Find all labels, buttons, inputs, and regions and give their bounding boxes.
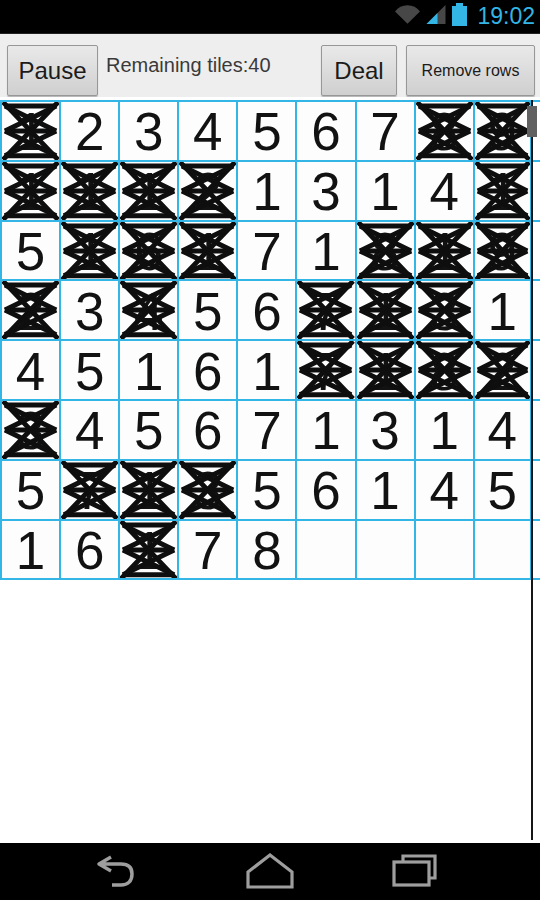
tile-digit: 1 [370, 464, 399, 517]
tile-r2c8[interactable]: 4 [414, 162, 473, 220]
tile-digit: 1 [370, 345, 399, 398]
tile-r2c6[interactable]: 3 [295, 162, 354, 220]
tile-r3c6[interactable]: 1 [295, 222, 354, 280]
tile-digit: 3 [370, 404, 399, 457]
board-row: 111213141 [0, 160, 540, 220]
remove-rows-button-label: Remove rows [422, 62, 520, 80]
tile-r3c8: 1 [414, 222, 473, 280]
tile-digit: 1 [429, 404, 458, 457]
tile-r6c9[interactable]: 4 [473, 401, 532, 459]
tile-digit: 6 [75, 524, 104, 577]
tile-digit: 7 [370, 105, 399, 158]
clock: 19:02 [477, 0, 535, 33]
tile-digit: 5 [75, 345, 104, 398]
tile-r1c1: 1 [0, 102, 59, 160]
tile-r4c9[interactable]: 1 [473, 281, 532, 339]
signal-icon [426, 5, 447, 28]
tile-r6c5[interactable]: 7 [236, 401, 295, 459]
tile-r1c9: 9 [473, 102, 532, 160]
deal-button-label: Deal [334, 57, 383, 85]
battery-icon [452, 3, 467, 30]
row-filler [532, 461, 540, 519]
tile-digit: 1 [311, 225, 340, 278]
tile-digit: 1 [16, 105, 45, 158]
tile-digit: 8 [370, 225, 399, 278]
tile-digit: 7 [311, 285, 340, 338]
tile-r1c5[interactable]: 5 [236, 102, 295, 160]
tile-digit: 1 [193, 225, 222, 278]
tile-r7c9[interactable]: 5 [473, 461, 532, 519]
board-row: 345671314 [0, 399, 540, 459]
scrollbar-thumb[interactable] [527, 106, 537, 137]
tile-digit: 1 [16, 165, 45, 218]
tile-r5c1[interactable]: 4 [0, 341, 59, 399]
row-filler [532, 341, 540, 399]
tile-r7c3: 1 [118, 461, 177, 519]
tile-digit: 6 [311, 105, 340, 158]
row-filler [532, 281, 540, 339]
tile-digit: 1 [134, 524, 163, 577]
tile-r7c2: 7 [59, 461, 118, 519]
tile-r4c1: 2 [0, 281, 59, 339]
tile-r5c3[interactable]: 1 [118, 341, 177, 399]
recents-icon[interactable] [390, 853, 438, 893]
tile-digit: 6 [193, 404, 222, 457]
empty-cell-r8c8 [414, 521, 473, 579]
tile-digit: 1 [134, 165, 163, 218]
tile-digit: 1 [252, 165, 281, 218]
tile-r4c3: 4 [118, 281, 177, 339]
tile-digit: 7 [311, 345, 340, 398]
tile-digit: 3 [134, 105, 163, 158]
tile-r8c4[interactable]: 7 [177, 521, 236, 579]
pause-button-label: Pause [18, 57, 86, 85]
tile-r4c5[interactable]: 6 [236, 281, 295, 339]
tile-r8c5[interactable]: 8 [236, 521, 295, 579]
tile-r6c7[interactable]: 3 [355, 401, 414, 459]
board-row: 516171819 [0, 220, 540, 280]
tile-digit: 3 [16, 404, 45, 457]
tile-r6c2[interactable]: 4 [59, 401, 118, 459]
navigation-bar [0, 843, 540, 900]
tile-digit: 8 [429, 105, 458, 158]
tile-r1c4[interactable]: 4 [177, 102, 236, 160]
tile-digit: 7 [252, 404, 281, 457]
row-filler [532, 401, 540, 459]
tile-r1c6[interactable]: 6 [295, 102, 354, 160]
tile-r6c1: 3 [0, 401, 59, 459]
tile-digit: 6 [311, 464, 340, 517]
tile-r2c7[interactable]: 1 [355, 162, 414, 220]
tile-r2c4: 2 [177, 162, 236, 220]
board-row: 123456789 [0, 100, 540, 160]
tile-digit: 6 [252, 285, 281, 338]
tile-digit: 2 [193, 165, 222, 218]
empty-cell-r8c9 [473, 521, 532, 579]
tile-r5c2[interactable]: 5 [59, 341, 118, 399]
back-icon[interactable] [86, 853, 134, 893]
tile-digit: 1 [134, 345, 163, 398]
scrollbar-track [531, 100, 533, 840]
tile-digit: 1 [75, 225, 104, 278]
tile-digit: 5 [16, 464, 45, 517]
tile-r5c5[interactable]: 1 [236, 341, 295, 399]
tile-digit: 4 [75, 404, 104, 457]
tile-digit: 2 [75, 105, 104, 158]
tile-r7c1[interactable]: 5 [0, 461, 59, 519]
tile-digit: 1 [488, 285, 517, 338]
tile-digit: 6 [193, 345, 222, 398]
tile-r4c7: 1 [355, 281, 414, 339]
tile-digit: 3 [75, 285, 104, 338]
tile-digit: 1 [488, 165, 517, 218]
board-row: 234567131 [0, 279, 540, 339]
tile-digit: 3 [311, 165, 340, 218]
tile-digit: 7 [193, 524, 222, 577]
tile-r3c9: 9 [473, 222, 532, 280]
status-bar: 19:02 [0, 0, 540, 33]
tile-r8c2[interactable]: 6 [59, 521, 118, 579]
board-row: 571356145 [0, 459, 540, 519]
pause-button[interactable]: Pause [7, 45, 98, 96]
wifi-icon [394, 4, 421, 29]
tile-r2c2: 1 [59, 162, 118, 220]
tile-r5c8: 8 [414, 341, 473, 399]
tile-digit: 1 [311, 404, 340, 457]
tile-r2c5[interactable]: 1 [236, 162, 295, 220]
home-icon[interactable] [246, 853, 294, 893]
tile-r3c7: 8 [355, 222, 414, 280]
tile-digit: 8 [429, 345, 458, 398]
tile-digit: 5 [134, 404, 163, 457]
toolbar: Pause Remaining tiles:40 Deal Remove row… [0, 33, 540, 97]
tile-r3c3: 6 [118, 222, 177, 280]
tile-r7c7[interactable]: 1 [355, 461, 414, 519]
tile-digit: 7 [252, 225, 281, 278]
tile-r1c3[interactable]: 3 [118, 102, 177, 160]
tile-r5c7: 1 [355, 341, 414, 399]
tile-digit: 5 [252, 105, 281, 158]
tile-r8c1[interactable]: 1 [0, 521, 59, 579]
tile-r2c9: 1 [473, 162, 532, 220]
tile-r7c6[interactable]: 6 [295, 461, 354, 519]
remove-rows-button[interactable]: Remove rows [406, 45, 535, 96]
tile-digit: 4 [429, 165, 458, 218]
tile-digit: 1 [16, 524, 45, 577]
tile-r7c8[interactable]: 4 [414, 461, 473, 519]
empty-cell-r8c6 [295, 521, 354, 579]
tile-r3c4: 1 [177, 222, 236, 280]
tile-digit: 9 [488, 225, 517, 278]
tile-r1c2[interactable]: 2 [59, 102, 118, 160]
tile-r2c1: 1 [0, 162, 59, 220]
tile-r8c3: 1 [118, 521, 177, 579]
row-filler [532, 521, 540, 579]
tile-digit: 9 [488, 105, 517, 158]
tile-r3c5[interactable]: 7 [236, 222, 295, 280]
tile-digit: 1 [134, 464, 163, 517]
tile-digit: 5 [16, 225, 45, 278]
tile-r5c6: 7 [295, 341, 354, 399]
tile-r3c2: 1 [59, 222, 118, 280]
tile-r5c9: 2 [473, 341, 532, 399]
tile-r6c3[interactable]: 5 [118, 401, 177, 459]
tile-digit: 3 [193, 464, 222, 517]
tile-r6c6[interactable]: 1 [295, 401, 354, 459]
tile-r1c7[interactable]: 7 [355, 102, 414, 160]
tile-digit: 6 [134, 225, 163, 278]
tile-digit: 2 [16, 285, 45, 338]
tile-r5c4[interactable]: 6 [177, 341, 236, 399]
tile-digit: 4 [16, 345, 45, 398]
tile-r6c8[interactable]: 1 [414, 401, 473, 459]
tile-digit: 1 [429, 225, 458, 278]
tile-digit: 5 [193, 285, 222, 338]
tile-digit: 3 [429, 285, 458, 338]
tile-r6c4[interactable]: 6 [177, 401, 236, 459]
tile-r7c4: 3 [177, 461, 236, 519]
empty-cell-r8c7 [355, 521, 414, 579]
board-row: 16178 [0, 519, 540, 579]
tile-r7c5[interactable]: 5 [236, 461, 295, 519]
tile-digit: 8 [252, 524, 281, 577]
row-filler [532, 222, 540, 280]
tile-digit: 1 [370, 165, 399, 218]
tile-digit: 1 [75, 165, 104, 218]
tile-digit: 2 [488, 345, 517, 398]
tile-digit: 1 [252, 345, 281, 398]
tile-digit: 4 [193, 105, 222, 158]
tile-r4c2[interactable]: 3 [59, 281, 118, 339]
remaining-tiles-label: Remaining tiles:40 [106, 34, 271, 97]
tile-digit: 4 [134, 285, 163, 338]
tile-r4c8: 3 [414, 281, 473, 339]
game-area: 1234567891112131415161718192345671314516… [0, 97, 540, 843]
tile-r1c8: 8 [414, 102, 473, 160]
tile-digit: 5 [252, 464, 281, 517]
tile-digit: 4 [429, 464, 458, 517]
deal-button[interactable]: Deal [321, 45, 397, 96]
board: 1234567891112131415161718192345671314516… [0, 100, 540, 580]
tile-digit: 4 [488, 404, 517, 457]
board-row: 451617182 [0, 339, 540, 399]
tile-r4c6: 7 [295, 281, 354, 339]
tile-r4c4[interactable]: 5 [177, 281, 236, 339]
tile-digit: 7 [75, 464, 104, 517]
tile-digit: 1 [370, 285, 399, 338]
tile-r3c1[interactable]: 5 [0, 222, 59, 280]
tile-digit: 5 [488, 464, 517, 517]
row-filler [532, 162, 540, 220]
tile-r2c3: 1 [118, 162, 177, 220]
